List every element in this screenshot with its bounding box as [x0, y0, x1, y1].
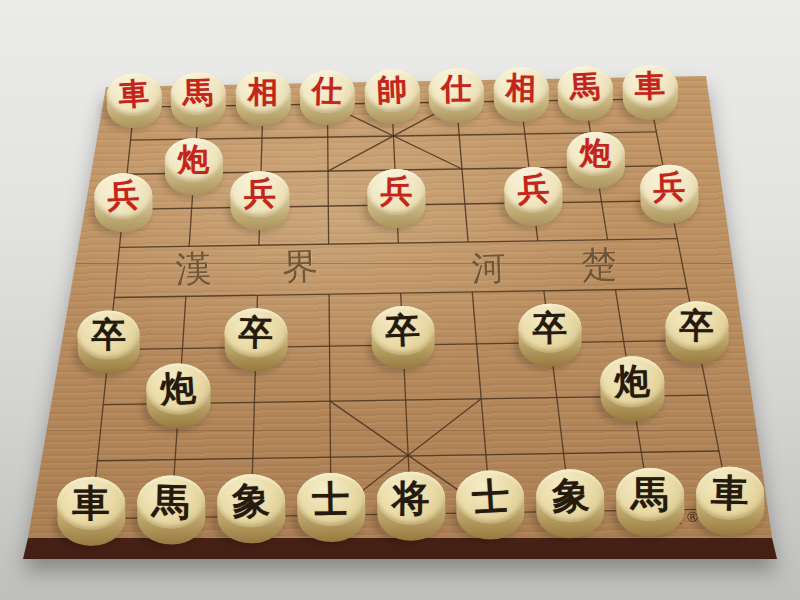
piece-red-elephant[interactable]: 相 [493, 67, 549, 123]
piece-top-face: 兵 [230, 171, 289, 217]
piece-black-cannon[interactable]: 炮 [146, 363, 211, 429]
piece-character: 仕 [312, 71, 343, 113]
piece-top-face: 兵 [94, 173, 153, 219]
piece-black-soldier[interactable]: 卒 [518, 304, 582, 368]
piece-red-general[interactable]: 帥 [364, 69, 420, 125]
piece-red-advisor[interactable]: 仕 [428, 68, 484, 124]
piece-character: 将 [392, 473, 430, 523]
piece-black-horse[interactable]: 馬 [616, 468, 685, 537]
piece-black-elephant[interactable]: 象 [216, 474, 285, 543]
piece-character: 士 [312, 475, 350, 526]
piece-red-horse[interactable]: 馬 [170, 72, 226, 128]
piece-character: 炮 [580, 133, 612, 176]
piece-black-horse[interactable]: 馬 [137, 475, 206, 544]
piece-character: 兵 [106, 174, 140, 219]
photo-scene: 漢 界 河 楚 御聖® 車馬相仕帥仕相馬車炮炮兵兵兵兵兵卒卒卒卒卒炮炮車馬象士将… [0, 0, 800, 600]
piece-red-soldier[interactable]: 兵 [640, 164, 699, 223]
piece-black-chariot[interactable]: 車 [696, 466, 765, 535]
piece-black-chariot[interactable]: 車 [57, 477, 126, 546]
piece-red-cannon[interactable]: 炮 [165, 138, 223, 196]
piece-red-cannon[interactable]: 炮 [567, 131, 625, 189]
piece-black-soldier[interactable]: 卒 [665, 301, 729, 365]
piece-character: 相 [248, 72, 278, 113]
piece-character: 馬 [183, 73, 214, 115]
piece-top-face: 相 [493, 67, 549, 111]
piece-black-cannon[interactable]: 炮 [600, 356, 665, 422]
piece-character: 兵 [243, 172, 276, 216]
piece-character: 兵 [380, 170, 413, 214]
piece-character: 仕 [441, 69, 472, 110]
piece-black-soldier[interactable]: 卒 [77, 311, 141, 375]
piece-top-face: 車 [106, 73, 162, 117]
piece-character: 卒 [532, 305, 567, 352]
piece-top-face: 兵 [504, 167, 563, 213]
piece-character: 馬 [569, 66, 602, 109]
piece-character: 車 [117, 73, 150, 116]
pieces-layer: 車馬相仕帥仕相馬車炮炮兵兵兵兵兵卒卒卒卒卒炮炮車馬象士将士象馬車 [0, 0, 800, 600]
piece-character: 兵 [653, 165, 686, 210]
piece-black-soldier[interactable]: 卒 [371, 306, 435, 370]
piece-character: 炮 [160, 364, 198, 414]
piece-red-horse[interactable]: 馬 [557, 66, 613, 122]
piece-character: 士 [470, 471, 510, 523]
piece-character: 車 [711, 468, 750, 519]
piece-red-soldier[interactable]: 兵 [94, 173, 153, 232]
piece-black-advisor[interactable]: 士 [456, 470, 525, 539]
piece-character: 馬 [152, 477, 191, 528]
piece-red-soldier[interactable]: 兵 [504, 167, 563, 226]
piece-character: 炮 [614, 357, 651, 406]
piece-black-elephant[interactable]: 象 [536, 469, 605, 538]
piece-top-face: 兵 [367, 169, 426, 215]
piece-character: 兵 [516, 167, 550, 213]
piece-top-face: 炮 [600, 356, 665, 407]
piece-black-advisor[interactable]: 士 [296, 473, 365, 542]
piece-red-soldier[interactable]: 兵 [367, 169, 426, 228]
piece-character: 相 [505, 68, 536, 109]
piece-top-face: 相 [235, 71, 291, 115]
piece-character: 卒 [385, 307, 421, 354]
piece-red-soldier[interactable]: 兵 [230, 171, 289, 230]
piece-character: 象 [551, 470, 590, 521]
piece-character: 車 [72, 479, 109, 529]
piece-character: 車 [634, 66, 665, 108]
piece-character: 馬 [631, 470, 668, 520]
piece-red-chariot[interactable]: 車 [622, 65, 678, 121]
piece-red-advisor[interactable]: 仕 [299, 70, 355, 126]
piece-red-chariot[interactable]: 車 [106, 73, 162, 129]
piece-top-face: 車 [622, 65, 678, 109]
piece-character: 炮 [178, 139, 209, 181]
piece-character: 卒 [679, 303, 714, 349]
piece-character: 帥 [376, 70, 408, 112]
piece-top-face: 帥 [364, 69, 420, 113]
piece-red-elephant[interactable]: 相 [235, 71, 291, 127]
piece-black-general[interactable]: 将 [376, 471, 445, 540]
piece-character: 象 [231, 475, 271, 527]
piece-character: 卒 [238, 310, 274, 357]
piece-character: 卒 [91, 312, 126, 358]
piece-black-soldier[interactable]: 卒 [224, 308, 288, 372]
